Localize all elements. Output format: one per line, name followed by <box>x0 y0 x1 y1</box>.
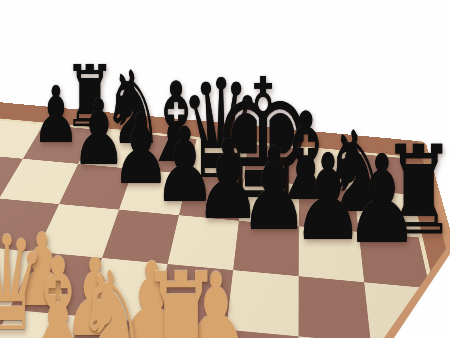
chess-set-product-photo: ♜︎♞︎♝︎♛︎♚︎♝︎♞︎♜︎♟︎♟︎♟︎♟︎♟︎♟︎♟︎♟︎♛︎♟︎♝︎♟︎… <box>0 0 450 338</box>
white-knight-b1: ♞︎ <box>77 256 148 338</box>
white-rook-a1: ♜︎ <box>139 255 223 338</box>
pieces-layer: ♜︎♞︎♝︎♛︎♚︎♝︎♞︎♜︎♟︎♟︎♟︎♟︎♟︎♟︎♟︎♟︎♛︎♟︎♝︎♟︎… <box>0 0 450 338</box>
black-pawn-h7: ♟︎ <box>345 139 419 261</box>
